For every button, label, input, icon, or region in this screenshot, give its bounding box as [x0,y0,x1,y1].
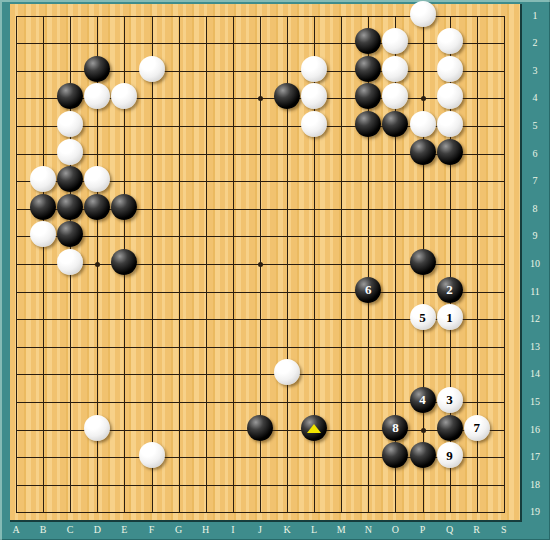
stone-P6[interactable] [410,139,436,165]
col-label-S: S [496,524,512,536]
col-label-H: H [198,524,214,536]
col-label-A: A [8,524,24,536]
stone-P17[interactable] [410,442,436,468]
stone-move-number: 6 [365,283,372,296]
grid-hline [16,347,505,348]
col-label-R: R [469,524,485,536]
stone-Q12[interactable]: 1 [437,304,463,330]
stone-D8[interactable] [84,194,110,220]
grid-hline [16,485,505,486]
stone-L3[interactable] [301,56,327,82]
stone-R16[interactable]: 7 [464,415,490,441]
stone-B7[interactable] [30,166,56,192]
row-label-7: 7 [523,175,547,187]
stone-P12[interactable]: 5 [410,304,436,330]
row-label-16: 16 [523,424,547,436]
stone-P1[interactable] [410,1,436,27]
row-label-13: 13 [523,341,547,353]
star-point [421,428,426,433]
stone-E8[interactable] [111,194,137,220]
row-label-9: 9 [523,230,547,242]
row-label-1: 1 [523,10,547,22]
stone-J16[interactable] [247,415,273,441]
stone-D3[interactable] [84,56,110,82]
row-label-15: 15 [523,396,547,408]
row-label-5: 5 [523,120,547,132]
row-label-4: 4 [523,92,547,104]
row-label-2: 2 [523,37,547,49]
col-label-P: P [415,524,431,536]
stone-move-number: 2 [446,283,453,296]
stone-move-number: 1 [446,311,453,324]
stone-move-number: 3 [446,393,453,406]
col-label-F: F [144,524,160,536]
stone-Q15[interactable]: 3 [437,387,463,413]
col-label-O: O [387,524,403,536]
stone-move-number: 9 [446,449,453,462]
col-label-B: B [35,524,51,536]
star-point [258,262,263,267]
col-label-L: L [306,524,322,536]
stone-move-number: 4 [419,393,426,406]
stone-N5[interactable] [355,111,381,137]
row-label-10: 10 [523,258,547,270]
grid-hline [16,512,505,513]
stone-D16[interactable] [84,415,110,441]
stone-move-number: 8 [392,421,399,434]
col-label-K: K [279,524,295,536]
stone-C5[interactable] [57,111,83,137]
stone-move-number: 7 [473,421,480,434]
star-point [421,96,426,101]
grid-hline [16,292,505,293]
row-label-18: 18 [523,479,547,491]
grid-vline [504,16,505,514]
row-label-14: 14 [523,368,547,380]
stone-L5[interactable] [301,111,327,137]
stone-Q11[interactable]: 2 [437,277,463,303]
stone-Q17[interactable]: 9 [437,442,463,468]
col-label-M: M [333,524,349,536]
stone-Q2[interactable] [437,28,463,54]
stone-C10[interactable] [57,249,83,275]
stone-Q3[interactable] [437,56,463,82]
row-label-8: 8 [523,203,547,215]
stone-L16[interactable] [301,415,327,441]
stone-C6[interactable] [57,139,83,165]
col-label-N: N [360,524,376,536]
stone-N11[interactable]: 6 [355,277,381,303]
row-label-19: 19 [523,506,547,518]
stone-B8[interactable] [30,194,56,220]
row-label-17: 17 [523,451,547,463]
row-label-12: 12 [523,313,547,325]
stone-P10[interactable] [410,249,436,275]
triangle-marker-icon [307,424,321,433]
col-label-D: D [89,524,105,536]
row-label-11: 11 [523,286,547,298]
stone-F17[interactable] [139,442,165,468]
stone-N3[interactable] [355,56,381,82]
grid-vline [341,16,342,514]
stone-Q6[interactable] [437,139,463,165]
stone-O3[interactable] [382,56,408,82]
col-label-G: G [171,524,187,536]
stone-Q5[interactable] [437,111,463,137]
stone-P5[interactable] [410,111,436,137]
go-game-window: 625143879ABCDEFGHIJKLMNOPQRS123456789101… [0,0,550,540]
stone-O16[interactable]: 8 [382,415,408,441]
col-label-Q: Q [442,524,458,536]
stone-Q16[interactable] [437,415,463,441]
col-label-C: C [62,524,78,536]
stone-C8[interactable] [57,194,83,220]
col-label-J: J [252,524,268,536]
stone-P15[interactable]: 4 [410,387,436,413]
stone-Q4[interactable] [437,83,463,109]
row-label-6: 6 [523,148,547,160]
col-label-I: I [225,524,241,536]
grid-hline [16,374,505,375]
row-label-3: 3 [523,65,547,77]
col-label-E: E [116,524,132,536]
stone-F3[interactable] [139,56,165,82]
stone-move-number: 5 [419,311,426,324]
